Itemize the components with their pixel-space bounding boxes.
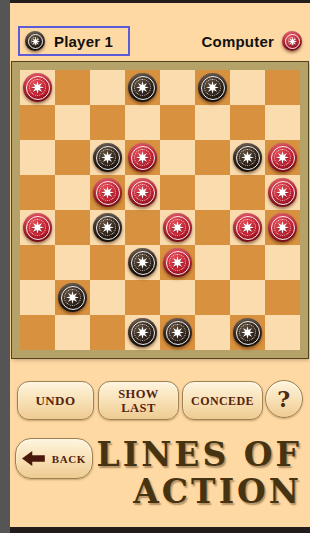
square-c6[interactable] xyxy=(90,140,125,175)
black-piece[interactable] xyxy=(93,143,122,172)
square-c5[interactable] xyxy=(90,175,125,210)
red-piece[interactable] xyxy=(163,213,192,242)
star-icon xyxy=(66,291,79,304)
square-f1[interactable] xyxy=(195,315,230,350)
square-g2[interactable] xyxy=(230,280,265,315)
red-piece[interactable] xyxy=(163,248,192,277)
computer-checker-icon xyxy=(282,31,302,51)
square-b2[interactable] xyxy=(55,280,90,315)
square-d8[interactable] xyxy=(125,70,160,105)
square-d7[interactable] xyxy=(125,105,160,140)
square-f8[interactable] xyxy=(195,70,230,105)
player1-label: Player 1 xyxy=(54,33,113,50)
square-d6[interactable] xyxy=(125,140,160,175)
square-h4[interactable] xyxy=(265,210,300,245)
square-h1[interactable] xyxy=(265,315,300,350)
star-icon xyxy=(101,186,114,199)
black-piece[interactable] xyxy=(128,73,157,102)
red-piece[interactable] xyxy=(23,73,52,102)
square-h2[interactable] xyxy=(265,280,300,315)
square-g4[interactable] xyxy=(230,210,265,245)
top-bezel-strip xyxy=(10,0,310,3)
square-g1[interactable] xyxy=(230,315,265,350)
star-icon xyxy=(276,221,289,234)
computer-label: Computer xyxy=(202,33,274,50)
square-b6[interactable] xyxy=(55,140,90,175)
square-f6[interactable] xyxy=(195,140,230,175)
red-piece[interactable] xyxy=(268,178,297,207)
square-h7[interactable] xyxy=(265,105,300,140)
star-icon xyxy=(136,256,149,269)
square-c1[interactable] xyxy=(90,315,125,350)
board-grid xyxy=(20,70,300,350)
square-b4[interactable] xyxy=(55,210,90,245)
black-piece[interactable] xyxy=(233,318,262,347)
star-icon xyxy=(276,186,289,199)
square-c2[interactable] xyxy=(90,280,125,315)
title-line2: ACTION xyxy=(97,473,302,510)
show-last-button[interactable]: SHOW LAST xyxy=(98,381,179,420)
square-d1[interactable] xyxy=(125,315,160,350)
black-piece[interactable] xyxy=(58,283,87,312)
square-a2[interactable] xyxy=(20,280,55,315)
star-icon xyxy=(171,221,184,234)
star-icon xyxy=(171,326,184,339)
star-icon xyxy=(31,37,40,46)
star-icon xyxy=(101,221,114,234)
star-icon xyxy=(241,151,254,164)
computer-indicator: Computer xyxy=(202,26,302,56)
game-title: LINES OF ACTION xyxy=(97,436,302,510)
black-piece[interactable] xyxy=(163,318,192,347)
square-h3[interactable] xyxy=(265,245,300,280)
square-g3[interactable] xyxy=(230,245,265,280)
square-h5[interactable] xyxy=(265,175,300,210)
red-piece[interactable] xyxy=(128,143,157,172)
star-icon xyxy=(241,221,254,234)
board-frame xyxy=(12,62,308,358)
square-g5[interactable] xyxy=(230,175,265,210)
title-line1: LINES OF xyxy=(97,436,302,473)
player1-turn-indicator: Player 1 xyxy=(18,26,130,56)
square-g8[interactable] xyxy=(230,70,265,105)
star-icon xyxy=(136,81,149,94)
back-arrow-icon xyxy=(22,451,45,466)
red-piece[interactable] xyxy=(128,178,157,207)
red-piece xyxy=(282,31,302,51)
red-piece[interactable] xyxy=(268,213,297,242)
red-piece[interactable] xyxy=(93,178,122,207)
star-icon xyxy=(288,37,297,46)
star-icon xyxy=(136,326,149,339)
square-b5[interactable] xyxy=(55,175,90,210)
star-icon xyxy=(31,81,44,94)
player1-checker-icon xyxy=(25,31,45,51)
red-piece[interactable] xyxy=(268,143,297,172)
star-icon xyxy=(31,221,44,234)
undo-button[interactable]: UNDO xyxy=(17,381,94,420)
square-g6[interactable] xyxy=(230,140,265,175)
square-a1[interactable] xyxy=(20,315,55,350)
star-icon xyxy=(206,81,219,94)
back-button[interactable]: BACK xyxy=(15,438,93,479)
square-c8[interactable] xyxy=(90,70,125,105)
square-b1[interactable] xyxy=(55,315,90,350)
square-b7[interactable] xyxy=(55,105,90,140)
star-icon xyxy=(136,151,149,164)
star-icon xyxy=(171,256,184,269)
square-c7[interactable] xyxy=(90,105,125,140)
square-d3[interactable] xyxy=(125,245,160,280)
square-e1[interactable] xyxy=(160,315,195,350)
square-f2[interactable] xyxy=(195,280,230,315)
square-b8[interactable] xyxy=(55,70,90,105)
red-piece[interactable] xyxy=(233,213,262,242)
square-d5[interactable] xyxy=(125,175,160,210)
square-b3[interactable] xyxy=(55,245,90,280)
square-c3[interactable] xyxy=(90,245,125,280)
square-g7[interactable] xyxy=(230,105,265,140)
red-piece[interactable] xyxy=(23,213,52,242)
square-f7[interactable] xyxy=(195,105,230,140)
black-piece[interactable] xyxy=(93,213,122,242)
square-f4[interactable] xyxy=(195,210,230,245)
star-icon xyxy=(136,186,149,199)
square-e2[interactable] xyxy=(160,280,195,315)
black-piece[interactable] xyxy=(233,143,262,172)
square-e5[interactable] xyxy=(160,175,195,210)
app-screen: Player 1 Computer UNDO SHOW LAST CONCEDE… xyxy=(10,0,310,533)
square-f5[interactable] xyxy=(195,175,230,210)
square-a6[interactable] xyxy=(20,140,55,175)
black-piece xyxy=(25,31,45,51)
star-icon xyxy=(101,151,114,164)
square-a4[interactable] xyxy=(20,210,55,245)
square-e4[interactable] xyxy=(160,210,195,245)
black-piece[interactable] xyxy=(128,318,157,347)
square-f3[interactable] xyxy=(195,245,230,280)
square-d2[interactable] xyxy=(125,280,160,315)
square-a3[interactable] xyxy=(20,245,55,280)
square-e6[interactable] xyxy=(160,140,195,175)
help-button[interactable]: ? xyxy=(265,380,303,418)
square-e3[interactable] xyxy=(160,245,195,280)
black-piece[interactable] xyxy=(128,248,157,277)
square-a8[interactable] xyxy=(20,70,55,105)
black-piece[interactable] xyxy=(198,73,227,102)
concede-button[interactable]: CONCEDE xyxy=(182,381,263,420)
star-icon xyxy=(276,151,289,164)
bottom-bezel-strip xyxy=(10,527,310,533)
square-e7[interactable] xyxy=(160,105,195,140)
square-h8[interactable] xyxy=(265,70,300,105)
back-label: BACK xyxy=(52,452,86,466)
square-a7[interactable] xyxy=(20,105,55,140)
star-icon xyxy=(241,326,254,339)
square-a5[interactable] xyxy=(20,175,55,210)
square-c4[interactable] xyxy=(90,210,125,245)
square-d4[interactable] xyxy=(125,210,160,245)
square-e8[interactable] xyxy=(160,70,195,105)
square-h6[interactable] xyxy=(265,140,300,175)
